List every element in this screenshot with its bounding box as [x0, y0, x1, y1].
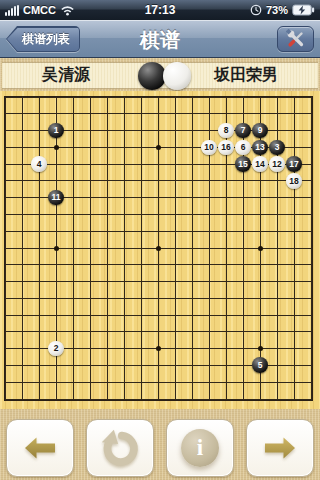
- stone-white-4: 4: [31, 156, 47, 172]
- stone-white-8: 8: [218, 123, 234, 139]
- move-number: 5: [258, 361, 263, 370]
- stone-white-6: 6: [235, 140, 251, 156]
- status-time: 17:13: [0, 3, 320, 17]
- app-screen: CMCC 17:13 73% 棋谱列表: [0, 0, 320, 480]
- next-move-button[interactable]: [246, 419, 314, 477]
- wrench-screwdriver-icon: [286, 29, 306, 49]
- player-white-name: 坂田荣男: [214, 65, 278, 86]
- move-number: 7: [241, 126, 246, 135]
- stone-white-12: 12: [269, 156, 285, 172]
- stone-white-14: 14: [252, 156, 268, 172]
- stone-black-9: 9: [252, 123, 268, 139]
- go-board: 123456789101112131415161718: [0, 91, 320, 409]
- white-stone-indicator: [163, 62, 191, 90]
- stone-white-16: 16: [218, 140, 234, 156]
- info-button[interactable]: i: [166, 419, 234, 477]
- move-number: 16: [221, 143, 230, 152]
- move-number: 18: [289, 177, 298, 186]
- info-glyph: i: [197, 435, 203, 461]
- stone-black-3: 3: [269, 140, 285, 156]
- previous-arrow-icon: [23, 436, 57, 460]
- board-stones: 123456789101112131415161718: [0, 91, 320, 407]
- move-number: 12: [272, 160, 281, 169]
- stone-black-13: 13: [252, 140, 268, 156]
- move-number: 17: [289, 160, 298, 169]
- stone-black-7: 7: [235, 123, 251, 139]
- move-number: 2: [54, 344, 59, 353]
- next-arrow-icon: [263, 436, 297, 460]
- page-title: 棋谱: [0, 27, 320, 54]
- move-number: 3: [275, 143, 280, 152]
- stone-white-2: 2: [48, 341, 64, 357]
- nav-bar: 棋谱列表 棋谱: [0, 20, 320, 58]
- move-number: 9: [258, 126, 263, 135]
- player-black-name: 吴清源: [42, 65, 90, 86]
- settings-button[interactable]: [277, 26, 314, 52]
- stone-black-1: 1: [48, 123, 64, 139]
- player-bar: 吴清源 坂田荣男: [2, 62, 318, 89]
- move-number: 13: [255, 143, 264, 152]
- move-number: 15: [238, 160, 247, 169]
- move-number: 11: [52, 193, 61, 202]
- move-number: 1: [54, 126, 59, 135]
- move-number: 8: [224, 126, 229, 135]
- stone-black-11: 11: [48, 190, 64, 206]
- info-icon: i: [181, 429, 219, 467]
- move-number: 10: [204, 143, 213, 152]
- move-number: 14: [255, 160, 264, 169]
- stone-black-17: 17: [286, 156, 302, 172]
- move-number: 4: [37, 160, 42, 169]
- undo-icon: [100, 428, 140, 468]
- previous-move-button[interactable]: [6, 419, 74, 477]
- stone-black-5: 5: [252, 357, 268, 373]
- move-number: 6: [241, 143, 246, 152]
- stone-white-10: 10: [201, 140, 217, 156]
- status-bar: CMCC 17:13 73%: [0, 0, 320, 20]
- stone-black-15: 15: [235, 156, 251, 172]
- undo-button[interactable]: [86, 419, 154, 477]
- stone-white-18: 18: [286, 173, 302, 189]
- black-stone-indicator: [138, 62, 166, 90]
